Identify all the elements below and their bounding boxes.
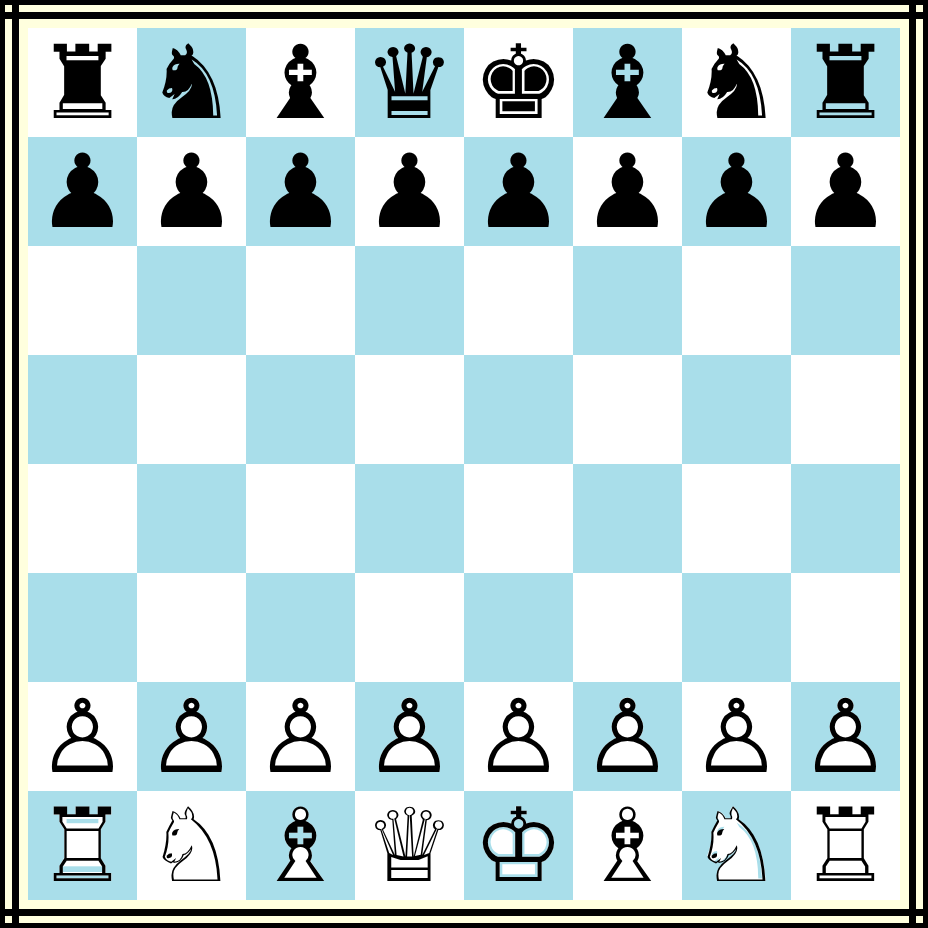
square-e4[interactable] — [464, 464, 573, 573]
square-h7[interactable]: ♟ — [791, 137, 900, 246]
square-d5[interactable] — [355, 355, 464, 464]
piece-white-pawn: ♟♙ — [800, 686, 891, 788]
square-a8[interactable]: ♜ — [28, 28, 137, 137]
square-c1[interactable]: ♝♗ — [246, 791, 355, 900]
frame-inner-line-right — [909, 5, 916, 923]
piece-black-pawn: ♟ — [146, 141, 237, 243]
piece-black-knight: ♞ — [691, 32, 782, 134]
square-a4[interactable] — [28, 464, 137, 573]
square-f4[interactable] — [573, 464, 682, 573]
square-b6[interactable] — [137, 246, 246, 355]
square-f2[interactable]: ♟♙ — [573, 682, 682, 791]
piece-white-rook: ♜♖ — [800, 795, 891, 897]
piece-black-queen: ♛ — [364, 32, 455, 134]
square-c6[interactable] — [246, 246, 355, 355]
square-c2[interactable]: ♟♙ — [246, 682, 355, 791]
square-h6[interactable] — [791, 246, 900, 355]
square-a2[interactable]: ♟♙ — [28, 682, 137, 791]
square-g3[interactable] — [682, 573, 791, 682]
square-d1[interactable]: ♛♕ — [355, 791, 464, 900]
piece-white-bishop: ♝♗ — [255, 795, 346, 897]
square-d8[interactable]: ♛ — [355, 28, 464, 137]
piece-white-king: ♚♔ — [473, 795, 564, 897]
square-f7[interactable]: ♟ — [573, 137, 682, 246]
piece-white-queen: ♛♕ — [364, 795, 455, 897]
square-g6[interactable] — [682, 246, 791, 355]
square-b4[interactable] — [137, 464, 246, 573]
square-h1[interactable]: ♜♖ — [791, 791, 900, 900]
square-a6[interactable] — [28, 246, 137, 355]
square-e7[interactable]: ♟ — [464, 137, 573, 246]
piece-white-rook: ♜♖ — [37, 795, 128, 897]
square-e6[interactable] — [464, 246, 573, 355]
square-f8[interactable]: ♝ — [573, 28, 682, 137]
square-e5[interactable] — [464, 355, 573, 464]
piece-black-pawn: ♟ — [691, 141, 782, 243]
square-c5[interactable] — [246, 355, 355, 464]
square-g8[interactable]: ♞ — [682, 28, 791, 137]
square-b8[interactable]: ♞ — [137, 28, 246, 137]
square-a1[interactable]: ♜♖ — [28, 791, 137, 900]
frame-inner-line-bottom — [5, 909, 923, 916]
square-f3[interactable] — [573, 573, 682, 682]
square-b1[interactable]: ♞♘ — [137, 791, 246, 900]
square-e2[interactable]: ♟♙ — [464, 682, 573, 791]
piece-white-pawn: ♟♙ — [255, 686, 346, 788]
piece-black-rook: ♜ — [800, 32, 891, 134]
square-g7[interactable]: ♟ — [682, 137, 791, 246]
square-d2[interactable]: ♟♙ — [355, 682, 464, 791]
frame-inner-line-top — [5, 12, 923, 19]
square-h2[interactable]: ♟♙ — [791, 682, 900, 791]
square-f6[interactable] — [573, 246, 682, 355]
piece-black-bishop: ♝ — [582, 32, 673, 134]
square-a5[interactable] — [28, 355, 137, 464]
square-d7[interactable]: ♟ — [355, 137, 464, 246]
square-e1[interactable]: ♚♔ — [464, 791, 573, 900]
square-b3[interactable] — [137, 573, 246, 682]
square-h8[interactable]: ♜ — [791, 28, 900, 137]
square-a3[interactable] — [28, 573, 137, 682]
square-e8[interactable]: ♚ — [464, 28, 573, 137]
square-b5[interactable] — [137, 355, 246, 464]
piece-black-pawn: ♟ — [800, 141, 891, 243]
piece-white-pawn: ♟♙ — [364, 686, 455, 788]
piece-black-pawn: ♟ — [364, 141, 455, 243]
piece-white-knight: ♞♘ — [691, 795, 782, 897]
square-c8[interactable]: ♝ — [246, 28, 355, 137]
square-g4[interactable] — [682, 464, 791, 573]
piece-white-pawn: ♟♙ — [146, 686, 237, 788]
square-g2[interactable]: ♟♙ — [682, 682, 791, 791]
square-h3[interactable] — [791, 573, 900, 682]
piece-black-knight: ♞ — [146, 32, 237, 134]
square-h5[interactable] — [791, 355, 900, 464]
piece-white-pawn: ♟♙ — [37, 686, 128, 788]
square-b7[interactable]: ♟ — [137, 137, 246, 246]
square-d6[interactable] — [355, 246, 464, 355]
square-e3[interactable] — [464, 573, 573, 682]
piece-white-pawn: ♟♙ — [473, 686, 564, 788]
piece-white-pawn: ♟♙ — [582, 686, 673, 788]
piece-white-knight: ♞♘ — [146, 795, 237, 897]
chess-board: ♜♞♝♛♚♝♞♜♟♟♟♟♟♟♟♟♟♙♟♙♟♙♟♙♟♙♟♙♟♙♟♙♜♖♞♘♝♗♛♕… — [28, 28, 900, 900]
square-f1[interactable]: ♝♗ — [573, 791, 682, 900]
square-d3[interactable] — [355, 573, 464, 682]
piece-black-pawn: ♟ — [582, 141, 673, 243]
frame-inner-line-left — [12, 5, 19, 923]
square-g5[interactable] — [682, 355, 791, 464]
square-c3[interactable] — [246, 573, 355, 682]
square-g1[interactable]: ♞♘ — [682, 791, 791, 900]
piece-black-rook: ♜ — [37, 32, 128, 134]
piece-black-pawn: ♟ — [473, 141, 564, 243]
piece-black-pawn: ♟ — [37, 141, 128, 243]
square-h4[interactable] — [791, 464, 900, 573]
square-a7[interactable]: ♟ — [28, 137, 137, 246]
square-f5[interactable] — [573, 355, 682, 464]
square-d4[interactable] — [355, 464, 464, 573]
square-b2[interactable]: ♟♙ — [137, 682, 246, 791]
board-frame: ♜♞♝♛♚♝♞♜♟♟♟♟♟♟♟♟♟♙♟♙♟♙♟♙♟♙♟♙♟♙♟♙♜♖♞♘♝♗♛♕… — [0, 0, 928, 928]
piece-black-pawn: ♟ — [255, 141, 346, 243]
piece-black-king: ♚ — [473, 32, 564, 134]
square-c7[interactable]: ♟ — [246, 137, 355, 246]
piece-black-bishop: ♝ — [255, 32, 346, 134]
square-c4[interactable] — [246, 464, 355, 573]
piece-white-pawn: ♟♙ — [691, 686, 782, 788]
piece-white-bishop: ♝♗ — [582, 795, 673, 897]
